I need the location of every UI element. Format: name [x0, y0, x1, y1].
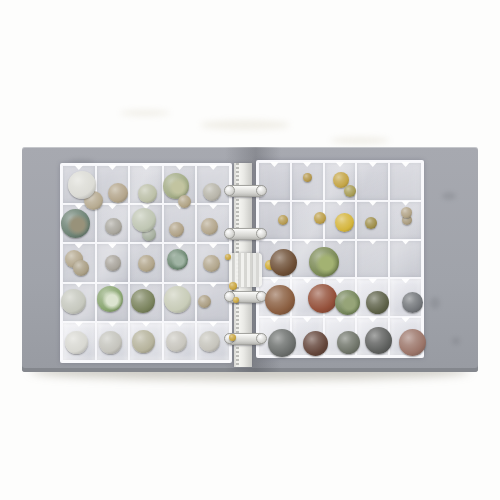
coin — [335, 213, 354, 232]
coin — [366, 291, 389, 314]
coin — [203, 255, 220, 272]
coin — [335, 290, 360, 315]
coin — [131, 289, 155, 313]
coin — [365, 217, 377, 229]
coin — [203, 183, 221, 201]
coin — [303, 331, 328, 356]
pocket — [356, 162, 389, 201]
cover-stain — [442, 192, 456, 200]
surface-scuff — [120, 110, 170, 116]
coin — [132, 330, 155, 353]
coin — [61, 209, 90, 238]
coin — [337, 331, 360, 354]
photo-of-coin-album — [0, 0, 500, 500]
coin — [65, 331, 88, 354]
coin — [314, 212, 326, 224]
surface-scuff — [200, 120, 290, 130]
coin — [99, 331, 122, 354]
cover-stain — [452, 337, 460, 345]
coin — [229, 282, 237, 290]
coin — [169, 222, 184, 237]
coin — [97, 286, 123, 312]
coin — [278, 215, 288, 225]
coin — [401, 207, 412, 218]
coin — [73, 260, 89, 276]
coin — [108, 183, 128, 203]
coin — [233, 297, 239, 303]
coin — [164, 286, 191, 313]
coin — [167, 249, 188, 270]
coin — [309, 247, 339, 277]
coin — [365, 327, 392, 354]
coin — [138, 184, 157, 203]
binder-ring — [226, 291, 265, 303]
coin — [201, 218, 218, 235]
coin — [344, 185, 356, 197]
coin — [105, 218, 122, 235]
coin — [268, 329, 296, 357]
coin — [138, 255, 155, 272]
binder-ring — [226, 185, 265, 197]
coin — [303, 173, 312, 182]
coin — [265, 285, 295, 315]
coin — [68, 171, 96, 199]
coin — [402, 292, 423, 313]
coin — [178, 195, 191, 208]
coin — [61, 289, 86, 314]
coin — [229, 334, 236, 341]
cover-stain — [430, 297, 440, 309]
pocket — [389, 162, 422, 201]
surface-scuff — [330, 137, 390, 144]
coin — [199, 331, 220, 352]
pocket — [356, 240, 389, 279]
coin — [399, 329, 426, 356]
coin — [270, 249, 297, 276]
coin — [166, 331, 187, 352]
coin — [225, 254, 231, 260]
coin — [198, 295, 211, 308]
coin — [105, 255, 121, 271]
coin — [308, 284, 337, 313]
binder-ring — [226, 228, 265, 240]
pocket — [389, 240, 422, 279]
coin — [132, 208, 156, 232]
